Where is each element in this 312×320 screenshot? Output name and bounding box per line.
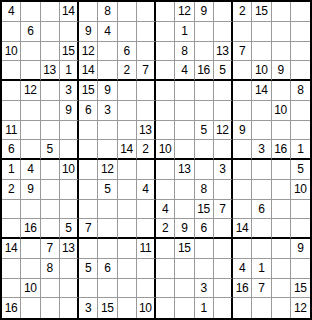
cell-r1c7-empty[interactable] (118, 2, 137, 22)
cell-r9c5-empty[interactable] (79, 160, 98, 180)
cell-r4c16-empty[interactable] (291, 61, 310, 81)
cell-r7c3-empty[interactable] (41, 121, 60, 141)
cell-r3c1-given: 10 (2, 42, 21, 62)
cell-r5c9-empty[interactable] (156, 81, 175, 101)
cell-r10c5-empty[interactable] (79, 180, 98, 200)
cell-r7c15-empty[interactable] (272, 121, 291, 141)
cell-r15c16-given: 15 (291, 279, 310, 299)
cell-r7c13-given: 9 (233, 121, 252, 141)
cell-r2c6-given: 4 (98, 22, 117, 42)
cell-r13c5-empty[interactable] (79, 239, 98, 259)
cell-r5c14-given: 14 (252, 81, 271, 101)
cell-r14c15-empty[interactable] (272, 259, 291, 279)
cell-r11c6-empty[interactable] (98, 200, 117, 220)
cell-r7c4-empty[interactable] (60, 121, 79, 141)
cell-r15c1-empty[interactable] (2, 279, 21, 299)
cell-r2c15-empty[interactable] (272, 22, 291, 42)
cell-r13c11-empty[interactable] (195, 239, 214, 259)
cell-r14c13-given: 4 (233, 259, 252, 279)
cell-r3c14-empty[interactable] (252, 42, 271, 62)
cell-r14c1-empty[interactable] (2, 259, 21, 279)
cell-r8c16-given: 1 (291, 140, 310, 160)
cell-r5c10-empty[interactable] (175, 81, 194, 101)
cell-r13c4-given: 13 (60, 239, 79, 259)
cell-r13c9-empty[interactable] (156, 239, 175, 259)
cell-r8c11-empty[interactable] (195, 140, 214, 160)
cell-r15c7-empty[interactable] (118, 279, 137, 299)
cell-r10c10-empty[interactable] (175, 180, 194, 200)
cell-r3c5-given: 12 (79, 42, 98, 62)
cell-r13c12-empty[interactable] (214, 239, 233, 259)
cell-r3c15-empty[interactable] (272, 42, 291, 62)
cell-r9c15-empty[interactable] (272, 160, 291, 180)
cell-r6c8-empty[interactable] (137, 101, 156, 121)
cell-r16c10-empty[interactable] (175, 298, 194, 318)
cell-r8c1-given: 6 (2, 140, 21, 160)
cell-r9c9-empty[interactable] (156, 160, 175, 180)
cell-r6c3-empty[interactable] (41, 101, 60, 121)
cell-r14c11-empty[interactable] (195, 259, 214, 279)
cell-r15c11-given: 3 (195, 279, 214, 299)
cell-r2c5-given: 9 (79, 22, 98, 42)
cell-r5c15-empty[interactable] (272, 81, 291, 101)
cell-r4c1-empty[interactable] (2, 61, 21, 81)
cell-r7c8-given: 13 (137, 121, 156, 141)
cell-r14c6-given: 6 (98, 259, 117, 279)
cell-r10c6-given: 5 (98, 180, 117, 200)
cell-r10c15-empty[interactable] (272, 180, 291, 200)
cell-r5c6-given: 9 (98, 81, 117, 101)
cell-r1c6-given: 8 (98, 2, 117, 22)
cell-r16c9-empty[interactable] (156, 298, 175, 318)
cell-r9c8-empty[interactable] (137, 160, 156, 180)
cell-r1c4-given: 14 (60, 2, 79, 22)
cell-r6c14-empty[interactable] (252, 101, 271, 121)
cell-r9c12-given: 3 (214, 160, 233, 180)
cell-r2c11-empty[interactable] (195, 22, 214, 42)
cell-r8c14-given: 3 (252, 140, 271, 160)
cell-r14c9-empty[interactable] (156, 259, 175, 279)
cell-r6c9-empty[interactable] (156, 101, 175, 121)
cell-r8c3-given: 5 (41, 140, 60, 160)
cell-r6c11-empty[interactable] (195, 101, 214, 121)
cell-r1c13-given: 2 (233, 2, 252, 22)
cell-r11c5-empty[interactable] (79, 200, 98, 220)
cell-r12c9-given: 2 (156, 219, 175, 239)
cell-r4c4-given: 1 (60, 61, 79, 81)
cell-r15c3-empty[interactable] (41, 279, 60, 299)
cell-r10c14-empty[interactable] (252, 180, 271, 200)
cell-r2c12-empty[interactable] (214, 22, 233, 42)
cell-r11c16-empty[interactable] (291, 200, 310, 220)
cell-r2c1-empty[interactable] (2, 22, 21, 42)
cell-r4c7-given: 2 (118, 61, 137, 81)
cell-r9c16-given: 5 (291, 160, 310, 180)
cell-r15c15-empty[interactable] (272, 279, 291, 299)
cell-r5c13-empty[interactable] (233, 81, 252, 101)
cell-r16c13-empty[interactable] (233, 298, 252, 318)
cell-r15c14-given: 7 (252, 279, 271, 299)
cell-r11c3-empty[interactable] (41, 200, 60, 220)
cell-r15c13-given: 16 (233, 279, 252, 299)
cell-r15c10-empty[interactable] (175, 279, 194, 299)
cell-r2c2-given: 6 (21, 22, 40, 42)
cell-r2c16-empty[interactable] (291, 22, 310, 42)
cell-r11c1-empty[interactable] (2, 200, 21, 220)
cell-r3c2-empty[interactable] (21, 42, 40, 62)
cell-r12c3-empty[interactable] (41, 219, 60, 239)
cell-r7c7-empty[interactable] (118, 121, 137, 141)
cell-r3c12-given: 13 (214, 42, 233, 62)
cell-r16c3-empty[interactable] (41, 298, 60, 318)
cell-r4c15-given: 9 (272, 61, 291, 81)
cell-r1c9-empty[interactable] (156, 2, 175, 22)
cell-r6c13-empty[interactable] (233, 101, 252, 121)
cell-r3c3-empty[interactable] (41, 42, 60, 62)
cell-r11c4-empty[interactable] (60, 200, 79, 220)
cell-r12c8-empty[interactable] (137, 219, 156, 239)
cell-r2c14-empty[interactable] (252, 22, 271, 42)
cell-r1c1-given: 4 (2, 2, 21, 22)
cell-r4c14-given: 10 (252, 61, 271, 81)
cell-r15c2-given: 10 (21, 279, 40, 299)
cell-r14c4-empty[interactable] (60, 259, 79, 279)
cell-r16c4-empty[interactable] (60, 298, 79, 318)
cell-r8c10-empty[interactable] (175, 140, 194, 160)
cell-r3c7-given: 6 (118, 42, 137, 62)
cell-r1c12-empty[interactable] (214, 2, 233, 22)
cell-r13c14-empty[interactable] (252, 239, 271, 259)
cell-r5c1-empty[interactable] (2, 81, 21, 101)
cell-r9c14-empty[interactable] (252, 160, 271, 180)
cell-r15c4-empty[interactable] (60, 279, 79, 299)
cell-r7c12-given: 12 (214, 121, 233, 141)
cell-r12c5-given: 7 (79, 219, 98, 239)
cell-r1c8-empty[interactable] (137, 2, 156, 22)
cell-r12c2-given: 16 (21, 219, 40, 239)
cell-r13c13-empty[interactable] (233, 239, 252, 259)
cell-r16c8-given: 10 (137, 298, 156, 318)
cell-r8c9-given: 10 (156, 140, 175, 160)
cell-r8c15-given: 16 (272, 140, 291, 160)
cell-r15c6-empty[interactable] (98, 279, 117, 299)
cell-r8c6-empty[interactable] (98, 140, 117, 160)
cell-r8c7-given: 14 (118, 140, 137, 160)
cell-r14c10-empty[interactable] (175, 259, 194, 279)
cell-r7c5-empty[interactable] (79, 121, 98, 141)
cell-r12c1-empty[interactable] (2, 219, 21, 239)
cell-r4c8-given: 7 (137, 61, 156, 81)
sudoku-page: 4148129215694110151268137131142741651091… (0, 0, 312, 320)
cell-r13c7-empty[interactable] (118, 239, 137, 259)
cell-r13c6-empty[interactable] (98, 239, 117, 259)
cell-r16c6-given: 15 (98, 298, 117, 318)
cell-r12c15-empty[interactable] (272, 219, 291, 239)
cell-r12c11-given: 6 (195, 219, 214, 239)
cell-r14c14-given: 1 (252, 259, 271, 279)
cell-r8c4-empty[interactable] (60, 140, 79, 160)
cell-r4c2-empty[interactable] (21, 61, 40, 81)
cell-r7c1-given: 11 (2, 121, 21, 141)
cell-r14c2-empty[interactable] (21, 259, 40, 279)
cell-r5c11-empty[interactable] (195, 81, 214, 101)
cell-r12c12-empty[interactable] (214, 219, 233, 239)
cell-r9c2-given: 4 (21, 160, 40, 180)
cell-r5c16-given: 8 (291, 81, 310, 101)
cell-r13c10-given: 15 (175, 239, 194, 259)
cell-r7c11-given: 5 (195, 121, 214, 141)
cell-r2c7-empty[interactable] (118, 22, 137, 42)
cell-r2c13-empty[interactable] (233, 22, 252, 42)
cell-r9c11-empty[interactable] (195, 160, 214, 180)
cell-r5c5-given: 15 (79, 81, 98, 101)
cell-r11c14-given: 6 (252, 200, 271, 220)
cell-r2c10-given: 1 (175, 22, 194, 42)
cell-r11c7-empty[interactable] (118, 200, 137, 220)
cell-r9c6-given: 12 (98, 160, 117, 180)
cell-r11c15-empty[interactable] (272, 200, 291, 220)
cell-r12c14-empty[interactable] (252, 219, 271, 239)
cell-r11c11-given: 15 (195, 200, 214, 220)
cell-r13c2-empty[interactable] (21, 239, 40, 259)
cell-r15c9-empty[interactable] (156, 279, 175, 299)
cell-r1c11-given: 9 (195, 2, 214, 22)
cell-r12c10-given: 9 (175, 219, 194, 239)
cell-r8c8-given: 2 (137, 140, 156, 160)
cell-r9c4-given: 10 (60, 160, 79, 180)
cell-r2c4-empty[interactable] (60, 22, 79, 42)
cell-r15c5-empty[interactable] (79, 279, 98, 299)
cell-r13c15-empty[interactable] (272, 239, 291, 259)
cell-r10c2-given: 9 (21, 180, 40, 200)
cell-r1c15-empty[interactable] (272, 2, 291, 22)
cell-r10c13-empty[interactable] (233, 180, 252, 200)
cell-r11c10-empty[interactable] (175, 200, 194, 220)
cell-r5c2-given: 12 (21, 81, 40, 101)
cell-r3c13-given: 7 (233, 42, 252, 62)
cell-r4c5-given: 14 (79, 61, 98, 81)
cell-r13c16-given: 9 (291, 239, 310, 259)
cell-r9c1-given: 1 (2, 160, 21, 180)
cell-r5c12-empty[interactable] (214, 81, 233, 101)
cell-r16c2-empty[interactable] (21, 298, 40, 318)
cell-r10c8-given: 4 (137, 180, 156, 200)
cell-r14c5-given: 5 (79, 259, 98, 279)
cell-r5c3-empty[interactable] (41, 81, 60, 101)
cell-r10c3-empty[interactable] (41, 180, 60, 200)
cell-r4c11-given: 16 (195, 61, 214, 81)
cell-r3c9-empty[interactable] (156, 42, 175, 62)
cell-r8c5-empty[interactable] (79, 140, 98, 160)
cell-r6c1-empty[interactable] (2, 101, 21, 121)
cell-r1c16-empty[interactable] (291, 2, 310, 22)
cell-r16c7-empty[interactable] (118, 298, 137, 318)
cell-r14c7-empty[interactable] (118, 259, 137, 279)
cell-r12c4-given: 5 (60, 219, 79, 239)
cell-r9c7-empty[interactable] (118, 160, 137, 180)
cell-r16c16-given: 12 (291, 298, 310, 318)
cell-r9c10-given: 13 (175, 160, 194, 180)
cell-r14c16-empty[interactable] (291, 259, 310, 279)
cell-r12c6-empty[interactable] (98, 219, 117, 239)
cell-r7c10-empty[interactable] (175, 121, 194, 141)
cell-r5c8-empty[interactable] (137, 81, 156, 101)
cell-r14c12-empty[interactable] (214, 259, 233, 279)
cell-r11c2-empty[interactable] (21, 200, 40, 220)
cell-r11c12-given: 7 (214, 200, 233, 220)
cell-r3c6-empty[interactable] (98, 42, 117, 62)
cell-r10c7-empty[interactable] (118, 180, 137, 200)
cell-r6c5-given: 6 (79, 101, 98, 121)
cell-r14c8-empty[interactable] (137, 259, 156, 279)
cell-r5c4-given: 3 (60, 81, 79, 101)
cell-r16c15-empty[interactable] (272, 298, 291, 318)
cell-r12c13-given: 14 (233, 219, 252, 239)
cell-r3c16-empty[interactable] (291, 42, 310, 62)
cell-r11c8-empty[interactable] (137, 200, 156, 220)
cell-r7c9-empty[interactable] (156, 121, 175, 141)
cell-r16c1-given: 16 (2, 298, 21, 318)
cell-r12c16-empty[interactable] (291, 219, 310, 239)
cell-r6c12-empty[interactable] (214, 101, 233, 121)
cell-r9c13-empty[interactable] (233, 160, 252, 180)
cell-r3c4-given: 15 (60, 42, 79, 62)
cell-r1c3-empty[interactable] (41, 2, 60, 22)
cell-r4c13-empty[interactable] (233, 61, 252, 81)
cell-r10c4-empty[interactable] (60, 180, 79, 200)
cell-r13c8-given: 11 (137, 239, 156, 259)
cell-r1c5-empty[interactable] (79, 2, 98, 22)
cell-r6c6-given: 3 (98, 101, 117, 121)
cell-r3c10-given: 8 (175, 42, 194, 62)
cell-r2c9-empty[interactable] (156, 22, 175, 42)
cell-r10c12-empty[interactable] (214, 180, 233, 200)
cell-r6c2-empty[interactable] (21, 101, 40, 121)
cell-r6c7-empty[interactable] (118, 101, 137, 121)
cell-r14c3-given: 8 (41, 259, 60, 279)
cell-r2c8-empty[interactable] (137, 22, 156, 42)
cell-r1c14-given: 15 (252, 2, 271, 22)
cell-r1c10-given: 12 (175, 2, 194, 22)
cell-r4c12-given: 5 (214, 61, 233, 81)
cell-r3c11-empty[interactable] (195, 42, 214, 62)
cell-r12c7-empty[interactable] (118, 219, 137, 239)
cell-r4c6-empty[interactable] (98, 61, 117, 81)
cell-r13c1-given: 14 (2, 239, 21, 259)
cell-r1c2-empty[interactable] (21, 2, 40, 22)
cell-r3c8-empty[interactable] (137, 42, 156, 62)
cell-r7c2-empty[interactable] (21, 121, 40, 141)
cell-r10c11-given: 8 (195, 180, 214, 200)
cell-r8c2-empty[interactable] (21, 140, 40, 160)
cell-r6c4-given: 9 (60, 101, 79, 121)
cell-r15c8-empty[interactable] (137, 279, 156, 299)
cell-r6c15-given: 10 (272, 101, 291, 121)
cell-r7c6-empty[interactable] (98, 121, 117, 141)
cell-r16c14-empty[interactable] (252, 298, 271, 318)
cell-r8c13-empty[interactable] (233, 140, 252, 160)
cell-r16c12-empty[interactable] (214, 298, 233, 318)
cell-r6c16-empty[interactable] (291, 101, 310, 121)
cell-r4c3-given: 13 (41, 61, 60, 81)
cell-r13c3-given: 7 (41, 239, 60, 259)
cell-r2c3-empty[interactable] (41, 22, 60, 42)
cell-r4c9-empty[interactable] (156, 61, 175, 81)
cell-r9c3-empty[interactable] (41, 160, 60, 180)
cell-r4c10-given: 4 (175, 61, 194, 81)
cell-r11c9-given: 4 (156, 200, 175, 220)
cell-r16c11-given: 1 (195, 298, 214, 318)
cell-r10c9-empty[interactable] (156, 180, 175, 200)
cell-r10c1-given: 2 (2, 180, 21, 200)
cell-r10c16-given: 10 (291, 180, 310, 200)
cell-r15c12-empty[interactable] (214, 279, 233, 299)
cell-r7c14-empty[interactable] (252, 121, 271, 141)
cell-r8c12-empty[interactable] (214, 140, 233, 160)
cell-r5c7-empty[interactable] (118, 81, 137, 101)
cell-r11c13-empty[interactable] (233, 200, 252, 220)
cell-r6c10-empty[interactable] (175, 101, 194, 121)
sudoku-board: 4148129215694110151268137131142741651091… (0, 0, 312, 320)
cell-r7c16-empty[interactable] (291, 121, 310, 141)
cell-r16c5-given: 3 (79, 298, 98, 318)
